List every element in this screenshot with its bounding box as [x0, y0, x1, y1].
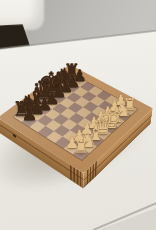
chess-photo-scene: ♜♞♝♛♚♝♞♜♟♟♟♟♟♟♟♟♟♟♟♟♟♟♟♟♜♞♝♛♚♝♞♜ — [0, 0, 156, 230]
